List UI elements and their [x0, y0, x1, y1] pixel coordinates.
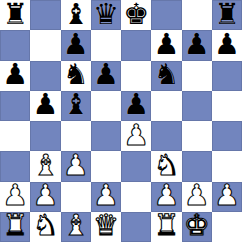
square-e1[interactable]: [121, 212, 151, 242]
white-pawn-piece[interactable]: ♟: [153, 182, 179, 211]
square-e2[interactable]: [121, 182, 151, 212]
square-h5[interactable]: [212, 91, 242, 121]
white-pawn-piece[interactable]: ♟: [63, 151, 89, 180]
white-rook-piece[interactable]: ♜: [153, 212, 179, 241]
square-g5[interactable]: [182, 91, 212, 121]
square-c8[interactable]: ♝: [61, 0, 91, 30]
square-f8[interactable]: [151, 0, 181, 30]
square-d7[interactable]: [91, 30, 121, 60]
black-pawn-piece[interactable]: ♟: [93, 61, 119, 90]
square-d2[interactable]: ♟: [91, 182, 121, 212]
black-rook-piece[interactable]: ♜: [214, 0, 240, 29]
black-bishop-piece[interactable]: ♝: [63, 91, 89, 120]
square-b8[interactable]: [30, 0, 60, 30]
white-pawn-piece[interactable]: ♟: [214, 182, 240, 211]
square-h4[interactable]: [212, 121, 242, 151]
square-e6[interactable]: [121, 61, 151, 91]
black-king-piece[interactable]: ♚: [123, 0, 149, 29]
square-a7[interactable]: [0, 30, 30, 60]
square-f6[interactable]: ♞: [151, 61, 181, 91]
square-d8[interactable]: ♛: [91, 0, 121, 30]
black-pawn-piece[interactable]: ♟: [153, 30, 179, 59]
white-pawn-piece[interactable]: ♟: [2, 182, 28, 211]
black-bishop-piece[interactable]: ♝: [63, 0, 89, 29]
square-h3[interactable]: [212, 151, 242, 181]
square-a2[interactable]: ♟: [0, 182, 30, 212]
square-c2[interactable]: [61, 182, 91, 212]
white-pawn-piece[interactable]: ♟: [32, 182, 58, 211]
square-g2[interactable]: ♟: [182, 182, 212, 212]
square-g8[interactable]: [182, 0, 212, 30]
black-pawn-piece[interactable]: ♟: [214, 30, 240, 59]
square-c6[interactable]: ♞: [61, 61, 91, 91]
square-b7[interactable]: [30, 30, 60, 60]
white-bishop-piece[interactable]: ♝: [63, 212, 89, 241]
white-pawn-piece[interactable]: ♟: [93, 182, 119, 211]
square-f4[interactable]: [151, 121, 181, 151]
black-pawn-piece[interactable]: ♟: [123, 91, 149, 120]
white-pawn-piece[interactable]: ♟: [123, 121, 149, 150]
square-g7[interactable]: ♟: [182, 30, 212, 60]
square-h2[interactable]: ♟: [212, 182, 242, 212]
white-queen-piece[interactable]: ♛: [93, 212, 119, 241]
black-knight-piece[interactable]: ♞: [63, 61, 89, 90]
square-a6[interactable]: ♟: [0, 61, 30, 91]
square-c3[interactable]: ♟: [61, 151, 91, 181]
square-d3[interactable]: [91, 151, 121, 181]
square-d6[interactable]: ♟: [91, 61, 121, 91]
white-pawn-piece[interactable]: ♟: [184, 182, 210, 211]
square-a4[interactable]: [0, 121, 30, 151]
square-b3[interactable]: ♝: [30, 151, 60, 181]
square-b6[interactable]: [30, 61, 60, 91]
square-f5[interactable]: [151, 91, 181, 121]
square-g6[interactable]: [182, 61, 212, 91]
square-a5[interactable]: [0, 91, 30, 121]
square-c4[interactable]: [61, 121, 91, 151]
square-h7[interactable]: ♟: [212, 30, 242, 60]
square-f3[interactable]: ♞: [151, 151, 181, 181]
black-knight-piece[interactable]: ♞: [153, 61, 179, 90]
square-b1[interactable]: ♞: [30, 212, 60, 242]
square-b2[interactable]: ♟: [30, 182, 60, 212]
white-rook-piece[interactable]: ♜: [2, 212, 28, 241]
square-h6[interactable]: [212, 61, 242, 91]
white-bishop-piece[interactable]: ♝: [32, 151, 58, 180]
black-pawn-piece[interactable]: ♟: [32, 91, 58, 120]
square-c5[interactable]: ♝: [61, 91, 91, 121]
square-b4[interactable]: [30, 121, 60, 151]
square-d5[interactable]: [91, 91, 121, 121]
square-e4[interactable]: ♟: [121, 121, 151, 151]
square-f2[interactable]: ♟: [151, 182, 181, 212]
square-b5[interactable]: ♟: [30, 91, 60, 121]
square-c1[interactable]: ♝: [61, 212, 91, 242]
square-a1[interactable]: ♜: [0, 212, 30, 242]
black-rook-piece[interactable]: ♜: [2, 0, 28, 29]
black-queen-piece[interactable]: ♛: [93, 0, 119, 29]
square-e7[interactable]: [121, 30, 151, 60]
square-e3[interactable]: [121, 151, 151, 181]
square-h8[interactable]: ♜: [212, 0, 242, 30]
square-f7[interactable]: ♟: [151, 30, 181, 60]
black-pawn-piece[interactable]: ♟: [63, 30, 89, 59]
white-knight-piece[interactable]: ♞: [153, 151, 179, 180]
black-pawn-piece[interactable]: ♟: [2, 61, 28, 90]
square-f1[interactable]: ♜: [151, 212, 181, 242]
square-g3[interactable]: [182, 151, 212, 181]
square-g1[interactable]: ♚: [182, 212, 212, 242]
square-d1[interactable]: ♛: [91, 212, 121, 242]
square-g4[interactable]: [182, 121, 212, 151]
black-pawn-piece[interactable]: ♟: [184, 30, 210, 59]
square-e5[interactable]: ♟: [121, 91, 151, 121]
square-a3[interactable]: [0, 151, 30, 181]
white-king-piece[interactable]: ♚: [184, 212, 210, 241]
square-a8[interactable]: ♜: [0, 0, 30, 30]
square-e8[interactable]: ♚: [121, 0, 151, 30]
square-d4[interactable]: [91, 121, 121, 151]
square-c7[interactable]: ♟: [61, 30, 91, 60]
chess-board: ♜♝♛♚♜♟♟♟♟♟♞♟♞♟♝♟♟♝♟♞♟♟♟♟♟♟♜♞♝♛♜♚: [0, 0, 242, 242]
white-knight-piece[interactable]: ♞: [32, 212, 58, 241]
square-h1[interactable]: [212, 212, 242, 242]
